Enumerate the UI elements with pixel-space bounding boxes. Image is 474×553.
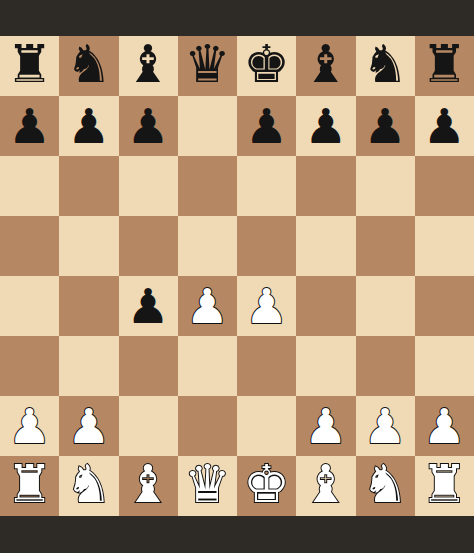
square-d8[interactable]: ♛ [178,36,237,96]
white-pawn-piece[interactable]: ♟ [8,402,51,450]
square-b8[interactable]: ♞ [59,36,118,96]
square-h4[interactable] [415,276,474,336]
black-king-piece[interactable]: ♚ [243,38,290,90]
black-knight-piece[interactable]: ♞ [66,38,113,90]
black-bishop-piece[interactable]: ♝ [125,38,172,90]
square-g6[interactable] [356,156,415,216]
square-d5[interactable] [178,216,237,276]
square-g3[interactable] [356,336,415,396]
square-c4[interactable]: ♟ [119,276,178,336]
square-e7[interactable]: ♟ [237,96,296,156]
square-g5[interactable] [356,216,415,276]
square-d7[interactable] [178,96,237,156]
square-g7[interactable]: ♟ [356,96,415,156]
square-h6[interactable] [415,156,474,216]
square-f5[interactable] [296,216,355,276]
square-b3[interactable] [59,336,118,396]
white-pawn-piece[interactable]: ♟ [245,282,288,330]
square-g4[interactable] [356,276,415,336]
black-queen-piece[interactable]: ♛ [184,38,231,90]
black-rook-piece[interactable]: ♜ [6,38,53,90]
square-b7[interactable]: ♟ [59,96,118,156]
white-knight-piece[interactable]: ♞ [362,458,409,510]
white-bishop-piece[interactable]: ♝ [303,458,350,510]
square-f8[interactable]: ♝ [296,36,355,96]
black-pawn-piece[interactable]: ♟ [304,102,347,150]
square-c1[interactable]: ♝ [119,456,178,516]
white-pawn-piece[interactable]: ♟ [423,402,466,450]
bottom-bar [0,516,474,553]
white-queen-piece[interactable]: ♛ [184,458,231,510]
square-a2[interactable]: ♟ [0,396,59,456]
chess-board: ♜♞♝♛♚♝♞♜♟♟♟♟♟♟♟♟♟♟♟♟♟♟♟♜♞♝♛♚♝♞♜ [0,36,474,516]
white-pawn-piece[interactable]: ♟ [186,282,229,330]
top-bar [0,0,474,36]
square-c7[interactable]: ♟ [119,96,178,156]
white-rook-piece[interactable]: ♜ [6,458,53,510]
square-d4[interactable]: ♟ [178,276,237,336]
square-a7[interactable]: ♟ [0,96,59,156]
black-pawn-piece[interactable]: ♟ [8,102,51,150]
square-f3[interactable] [296,336,355,396]
square-e1[interactable]: ♚ [237,456,296,516]
white-rook-piece[interactable]: ♜ [421,458,468,510]
black-pawn-piece[interactable]: ♟ [245,102,288,150]
square-f4[interactable] [296,276,355,336]
square-e8[interactable]: ♚ [237,36,296,96]
black-pawn-piece[interactable]: ♟ [127,282,170,330]
square-g8[interactable]: ♞ [356,36,415,96]
square-g1[interactable]: ♞ [356,456,415,516]
square-h2[interactable]: ♟ [415,396,474,456]
square-e3[interactable] [237,336,296,396]
square-h1[interactable]: ♜ [415,456,474,516]
black-pawn-piece[interactable]: ♟ [127,102,170,150]
square-a3[interactable] [0,336,59,396]
square-c8[interactable]: ♝ [119,36,178,96]
square-c5[interactable] [119,216,178,276]
square-d1[interactable]: ♛ [178,456,237,516]
square-e5[interactable] [237,216,296,276]
square-b1[interactable]: ♞ [59,456,118,516]
white-pawn-piece[interactable]: ♟ [67,402,110,450]
square-h7[interactable]: ♟ [415,96,474,156]
square-e4[interactable]: ♟ [237,276,296,336]
black-bishop-piece[interactable]: ♝ [303,38,350,90]
square-c6[interactable] [119,156,178,216]
square-b4[interactable] [59,276,118,336]
square-a4[interactable] [0,276,59,336]
square-b6[interactable] [59,156,118,216]
square-f7[interactable]: ♟ [296,96,355,156]
square-f6[interactable] [296,156,355,216]
black-pawn-piece[interactable]: ♟ [67,102,110,150]
square-a6[interactable] [0,156,59,216]
square-f2[interactable]: ♟ [296,396,355,456]
black-knight-piece[interactable]: ♞ [362,38,409,90]
white-pawn-piece[interactable]: ♟ [304,402,347,450]
square-c2[interactable] [119,396,178,456]
square-a1[interactable]: ♜ [0,456,59,516]
square-b2[interactable]: ♟ [59,396,118,456]
square-d3[interactable] [178,336,237,396]
square-f1[interactable]: ♝ [296,456,355,516]
black-pawn-piece[interactable]: ♟ [423,102,466,150]
square-g2[interactable]: ♟ [356,396,415,456]
square-e6[interactable] [237,156,296,216]
white-bishop-piece[interactable]: ♝ [125,458,172,510]
square-h3[interactable] [415,336,474,396]
white-king-piece[interactable]: ♚ [243,458,290,510]
square-d2[interactable] [178,396,237,456]
square-b5[interactable] [59,216,118,276]
square-a5[interactable] [0,216,59,276]
black-rook-piece[interactable]: ♜ [421,38,468,90]
square-a8[interactable]: ♜ [0,36,59,96]
square-h5[interactable] [415,216,474,276]
square-c3[interactable] [119,336,178,396]
white-pawn-piece[interactable]: ♟ [364,402,407,450]
white-knight-piece[interactable]: ♞ [66,458,113,510]
square-d6[interactable] [178,156,237,216]
black-pawn-piece[interactable]: ♟ [364,102,407,150]
square-h8[interactable]: ♜ [415,36,474,96]
square-e2[interactable] [237,396,296,456]
